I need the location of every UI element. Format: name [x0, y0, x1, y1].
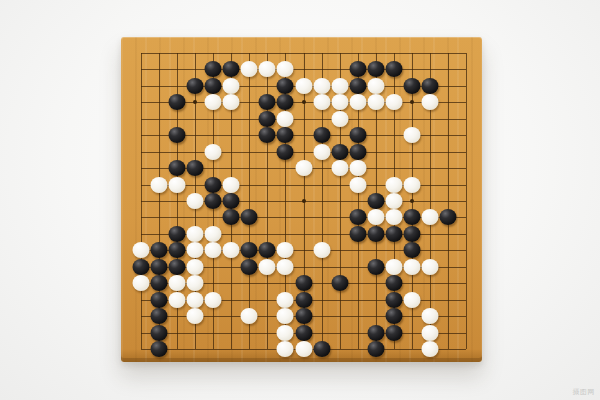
white-stone	[421, 325, 438, 341]
white-stone	[259, 259, 276, 275]
black-stone	[385, 325, 402, 341]
white-stone	[277, 61, 294, 77]
white-stone	[403, 259, 420, 275]
white-stone	[241, 61, 258, 77]
grid-line-vertical	[466, 53, 467, 349]
white-stone	[205, 226, 222, 242]
white-stone	[223, 94, 240, 110]
star-point	[302, 100, 306, 104]
star-point	[410, 100, 414, 104]
white-stone	[331, 160, 348, 176]
white-stone	[313, 94, 330, 110]
white-stone	[403, 127, 420, 143]
black-stone	[331, 144, 348, 160]
black-stone	[187, 78, 204, 94]
white-stone	[385, 259, 402, 275]
black-stone	[295, 308, 312, 324]
white-stone	[187, 193, 204, 209]
black-stone	[349, 209, 366, 225]
black-stone	[151, 308, 168, 324]
black-stone	[295, 275, 312, 291]
black-stone	[277, 78, 294, 94]
black-stone	[349, 226, 366, 242]
white-stone	[277, 292, 294, 308]
white-stone	[133, 275, 150, 291]
black-stone	[205, 78, 222, 94]
white-stone	[367, 209, 384, 225]
white-stone	[241, 308, 258, 324]
black-stone	[133, 259, 150, 275]
white-stone	[421, 94, 438, 110]
white-stone	[385, 177, 402, 193]
grid-line-vertical	[448, 53, 449, 349]
board-grid	[141, 53, 466, 349]
white-stone	[277, 259, 294, 275]
white-stone	[313, 144, 330, 160]
white-stone	[421, 341, 438, 357]
white-stone	[349, 177, 366, 193]
white-stone	[367, 78, 384, 94]
black-stone	[151, 341, 168, 357]
white-stone	[367, 94, 384, 110]
white-stone	[295, 341, 312, 357]
white-stone	[385, 209, 402, 225]
black-stone	[313, 341, 330, 357]
white-stone	[187, 308, 204, 324]
white-stone	[277, 325, 294, 341]
photo-background: 摄图网	[0, 0, 600, 400]
white-stone	[385, 94, 402, 110]
white-stone	[187, 242, 204, 258]
white-stone	[205, 242, 222, 258]
black-stone	[349, 61, 366, 77]
black-stone	[295, 325, 312, 341]
black-stone	[259, 94, 276, 110]
white-stone	[403, 292, 420, 308]
white-stone	[421, 308, 438, 324]
black-stone	[205, 61, 222, 77]
white-stone	[223, 177, 240, 193]
black-stone	[241, 209, 258, 225]
black-stone	[151, 242, 168, 258]
black-stone	[349, 127, 366, 143]
white-stone	[187, 226, 204, 242]
white-stone	[349, 160, 366, 176]
black-stone	[403, 226, 420, 242]
white-stone	[421, 209, 438, 225]
white-stone	[169, 292, 186, 308]
black-stone	[205, 177, 222, 193]
black-stone	[205, 193, 222, 209]
black-stone	[151, 259, 168, 275]
white-stone	[205, 94, 222, 110]
white-stone	[295, 160, 312, 176]
black-stone	[367, 259, 384, 275]
black-stone	[169, 94, 186, 110]
black-stone	[331, 275, 348, 291]
white-stone	[277, 308, 294, 324]
white-stone	[187, 292, 204, 308]
white-stone	[277, 111, 294, 127]
white-stone	[277, 341, 294, 357]
white-stone	[313, 242, 330, 258]
white-stone	[205, 292, 222, 308]
black-stone	[385, 61, 402, 77]
black-stone	[277, 127, 294, 143]
white-stone	[331, 94, 348, 110]
white-stone	[313, 78, 330, 94]
black-stone	[169, 127, 186, 143]
white-stone	[421, 259, 438, 275]
white-stone	[205, 144, 222, 160]
black-stone	[367, 325, 384, 341]
black-stone	[151, 325, 168, 341]
black-stone	[367, 61, 384, 77]
black-stone	[367, 226, 384, 242]
white-stone	[187, 275, 204, 291]
black-stone	[277, 94, 294, 110]
white-stone	[133, 242, 150, 258]
black-stone	[169, 259, 186, 275]
white-stone	[277, 242, 294, 258]
black-stone	[367, 341, 384, 357]
black-stone	[277, 144, 294, 160]
black-stone	[241, 242, 258, 258]
black-stone	[169, 160, 186, 176]
black-stone	[169, 242, 186, 258]
white-stone	[331, 111, 348, 127]
black-stone	[403, 242, 420, 258]
black-stone	[241, 259, 258, 275]
black-stone	[259, 127, 276, 143]
black-stone	[259, 242, 276, 258]
star-point	[302, 199, 306, 203]
black-stone	[385, 292, 402, 308]
white-stone	[151, 177, 168, 193]
white-stone	[295, 78, 312, 94]
go-board	[121, 37, 482, 362]
white-stone	[223, 242, 240, 258]
black-stone	[223, 193, 240, 209]
black-stone	[385, 275, 402, 291]
white-stone	[169, 275, 186, 291]
black-stone	[421, 78, 438, 94]
black-stone	[403, 209, 420, 225]
black-stone	[403, 78, 420, 94]
white-stone	[259, 61, 276, 77]
white-stone	[331, 78, 348, 94]
white-stone	[403, 177, 420, 193]
black-stone	[187, 160, 204, 176]
white-stone	[223, 78, 240, 94]
star-point	[193, 100, 197, 104]
white-stone	[187, 259, 204, 275]
black-stone	[367, 193, 384, 209]
white-stone	[349, 94, 366, 110]
black-stone	[151, 275, 168, 291]
black-stone	[151, 292, 168, 308]
black-stone	[349, 144, 366, 160]
black-stone	[223, 61, 240, 77]
white-stone	[169, 177, 186, 193]
black-stone	[295, 292, 312, 308]
white-stone	[385, 193, 402, 209]
black-stone	[385, 308, 402, 324]
black-stone	[169, 226, 186, 242]
black-stone	[259, 111, 276, 127]
black-stone	[313, 127, 330, 143]
black-stone	[439, 209, 456, 225]
star-point	[410, 199, 414, 203]
stock-photo-watermark: 摄图网	[573, 388, 596, 396]
black-stone	[223, 209, 240, 225]
black-stone	[349, 78, 366, 94]
black-stone	[385, 226, 402, 242]
